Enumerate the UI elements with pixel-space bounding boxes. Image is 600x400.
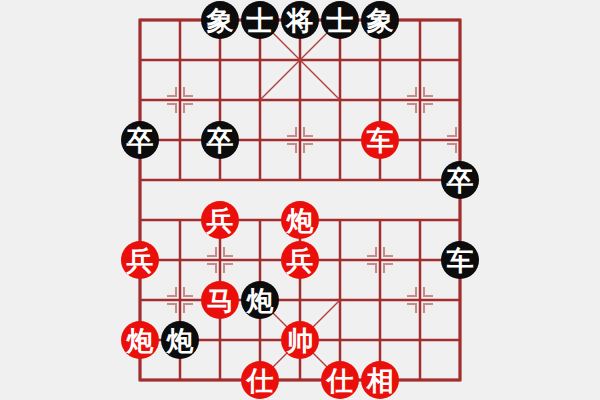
board-cell: 炮 (280, 200, 320, 240)
black-cannon[interactable]: 炮 (241, 281, 279, 319)
red-advisor[interactable]: 仕 (241, 361, 279, 399)
board-cell: 兵 (200, 200, 240, 240)
board-cell: 炮 (240, 280, 280, 320)
black-rook[interactable]: 车 (441, 241, 479, 279)
black-cannon[interactable]: 炮 (161, 321, 199, 359)
black-advisor[interactable]: 士 (321, 1, 359, 39)
red-general[interactable]: 帅 (281, 321, 319, 359)
board-cell: 帅 (280, 320, 320, 360)
board-cell: 卒 (200, 120, 240, 160)
board-grid[interactable]: 象士将士象卒卒车卒兵炮兵兵车马炮炮炮帅仕仕相 (120, 0, 480, 400)
red-pawn[interactable]: 兵 (281, 241, 319, 279)
black-pawn[interactable]: 卒 (121, 121, 159, 159)
board-cell: 仕 (320, 360, 360, 400)
black-pawn[interactable]: 卒 (441, 161, 479, 199)
board-cell: 士 (320, 0, 360, 40)
red-advisor[interactable]: 仕 (321, 361, 359, 399)
board-cell: 象 (200, 0, 240, 40)
board-cell: 车 (440, 240, 480, 280)
black-advisor[interactable]: 士 (241, 1, 279, 39)
black-elephant[interactable]: 象 (361, 1, 399, 39)
board-cell: 象 (360, 0, 400, 40)
black-pawn[interactable]: 卒 (201, 121, 239, 159)
red-elephant[interactable]: 相 (361, 361, 399, 399)
board-cell: 士 (240, 0, 280, 40)
red-cannon[interactable]: 炮 (281, 201, 319, 239)
xiangqi-screenshot: 象士将士象卒卒车卒兵炮兵兵车马炮炮炮帅仕仕相 (0, 0, 600, 400)
black-elephant[interactable]: 象 (201, 1, 239, 39)
board-cell: 炮 (160, 320, 200, 360)
board-cell: 马 (200, 280, 240, 320)
red-pawn[interactable]: 兵 (201, 201, 239, 239)
board-cell: 兵 (280, 240, 320, 280)
board-cell: 仕 (240, 360, 280, 400)
board-cell: 卒 (440, 160, 480, 200)
red-rook[interactable]: 车 (361, 121, 399, 159)
red-horse[interactable]: 马 (201, 281, 239, 319)
board-cell: 兵 (120, 240, 160, 280)
black-general[interactable]: 将 (281, 1, 319, 39)
red-pawn[interactable]: 兵 (121, 241, 159, 279)
board-cell: 相 (360, 360, 400, 400)
board-cell: 卒 (120, 120, 160, 160)
red-cannon[interactable]: 炮 (121, 321, 159, 359)
board-cell: 炮 (120, 320, 160, 360)
board-cell: 将 (280, 0, 320, 40)
board-cell: 车 (360, 120, 400, 160)
